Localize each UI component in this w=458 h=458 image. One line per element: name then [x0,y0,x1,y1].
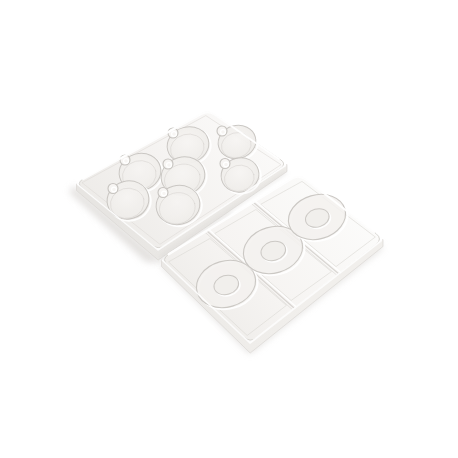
photo-canvas: Two clear polycarbonate chocolate mould … [0,0,458,458]
cavity-loop-tab [217,126,227,136]
cavity-loop-tab [220,159,230,169]
cavity-loop-tab [163,159,173,169]
cavity-loop-tab [158,188,168,198]
product-photo: Two clear polycarbonate chocolate mould … [0,0,458,458]
cavity-loop-tab [108,184,118,194]
